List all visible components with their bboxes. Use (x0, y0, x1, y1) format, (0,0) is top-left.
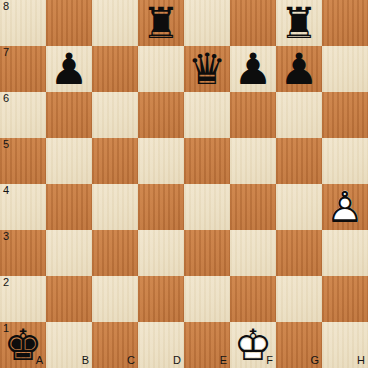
square-c4[interactable] (92, 184, 138, 230)
file-label-d: D (173, 355, 181, 366)
black-rook[interactable]: ♜ (142, 2, 181, 45)
square-a7[interactable]: 7 (0, 46, 46, 92)
square-g2[interactable] (276, 276, 322, 322)
square-d4[interactable] (138, 184, 184, 230)
square-f5[interactable] (230, 138, 276, 184)
square-a2[interactable]: 2 (0, 276, 46, 322)
square-f1[interactable]: F♚♔ (230, 322, 276, 368)
rank-label-3: 3 (3, 231, 9, 242)
square-h8[interactable] (322, 0, 368, 46)
square-a3[interactable]: 3 (0, 230, 46, 276)
square-g8[interactable]: ♜ (276, 0, 322, 46)
black-pawn[interactable]: ♟ (234, 48, 273, 91)
square-d8[interactable]: ♜ (138, 0, 184, 46)
rank-label-2: 2 (3, 277, 9, 288)
square-d7[interactable] (138, 46, 184, 92)
square-g1[interactable]: G (276, 322, 322, 368)
square-f8[interactable] (230, 0, 276, 46)
square-h4[interactable]: ♟♙ (322, 184, 368, 230)
square-b8[interactable] (46, 0, 92, 46)
square-a4[interactable]: 4 (0, 184, 46, 230)
rank-label-5: 5 (3, 139, 9, 150)
square-h1[interactable]: H (322, 322, 368, 368)
square-e4[interactable] (184, 184, 230, 230)
file-label-g: G (310, 355, 319, 366)
square-a5[interactable]: 5 (0, 138, 46, 184)
black-rook[interactable]: ♜ (280, 2, 319, 45)
white-pawn-glyph: ♙ (326, 182, 365, 232)
square-b3[interactable] (46, 230, 92, 276)
rank-label-1: 1 (3, 323, 9, 334)
square-f7[interactable]: ♟ (230, 46, 276, 92)
square-d5[interactable] (138, 138, 184, 184)
black-pawn[interactable]: ♟ (50, 48, 89, 91)
square-a1[interactable]: 1A♚ (0, 322, 46, 368)
square-b5[interactable] (46, 138, 92, 184)
square-b2[interactable] (46, 276, 92, 322)
square-d1[interactable]: D (138, 322, 184, 368)
rank-label-6: 6 (3, 93, 9, 104)
black-pawn[interactable]: ♟ (280, 48, 319, 91)
square-e5[interactable] (184, 138, 230, 184)
square-f4[interactable] (230, 184, 276, 230)
rank-label-7: 7 (3, 47, 9, 58)
square-f3[interactable] (230, 230, 276, 276)
black-pawn-glyph: ♟ (50, 44, 89, 94)
white-pawn[interactable]: ♟♙ (326, 186, 365, 229)
file-label-a: A (36, 355, 43, 366)
black-pawn-glyph: ♟ (234, 44, 273, 94)
square-g3[interactable] (276, 230, 322, 276)
square-c3[interactable] (92, 230, 138, 276)
black-queen-glyph: ♛ (188, 44, 227, 94)
square-c1[interactable]: C (92, 322, 138, 368)
square-a8[interactable]: 8 (0, 0, 46, 46)
black-rook-glyph: ♜ (142, 0, 181, 48)
square-e3[interactable] (184, 230, 230, 276)
square-d2[interactable] (138, 276, 184, 322)
square-g5[interactable] (276, 138, 322, 184)
square-c8[interactable] (92, 0, 138, 46)
square-g7[interactable]: ♟ (276, 46, 322, 92)
black-queen[interactable]: ♛ (188, 48, 227, 91)
file-label-e: E (220, 355, 227, 366)
square-g6[interactable] (276, 92, 322, 138)
square-f6[interactable] (230, 92, 276, 138)
rank-label-8: 8 (3, 1, 9, 12)
black-pawn-glyph: ♟ (280, 44, 319, 94)
file-label-c: C (127, 355, 135, 366)
file-label-b: B (82, 355, 89, 366)
square-b4[interactable] (46, 184, 92, 230)
square-e8[interactable] (184, 0, 230, 46)
square-d3[interactable] (138, 230, 184, 276)
square-e6[interactable] (184, 92, 230, 138)
rank-label-4: 4 (3, 185, 9, 196)
square-h7[interactable] (322, 46, 368, 92)
chess-board: 8♜♜7♟♛♟♟654♟♙321A♚BCDEF♚♔GH (0, 0, 368, 368)
square-h6[interactable] (322, 92, 368, 138)
square-h3[interactable] (322, 230, 368, 276)
square-h2[interactable] (322, 276, 368, 322)
square-c7[interactable] (92, 46, 138, 92)
square-d6[interactable] (138, 92, 184, 138)
file-label-f: F (266, 355, 273, 366)
square-b1[interactable]: B (46, 322, 92, 368)
black-rook-glyph: ♜ (280, 0, 319, 48)
square-g4[interactable] (276, 184, 322, 230)
square-e2[interactable] (184, 276, 230, 322)
square-b6[interactable] (46, 92, 92, 138)
square-c2[interactable] (92, 276, 138, 322)
square-e7[interactable]: ♛ (184, 46, 230, 92)
file-label-h: H (357, 355, 365, 366)
square-e1[interactable]: E (184, 322, 230, 368)
square-h5[interactable] (322, 138, 368, 184)
square-a6[interactable]: 6 (0, 92, 46, 138)
square-c6[interactable] (92, 92, 138, 138)
square-f2[interactable] (230, 276, 276, 322)
square-b7[interactable]: ♟ (46, 46, 92, 92)
square-c5[interactable] (92, 138, 138, 184)
